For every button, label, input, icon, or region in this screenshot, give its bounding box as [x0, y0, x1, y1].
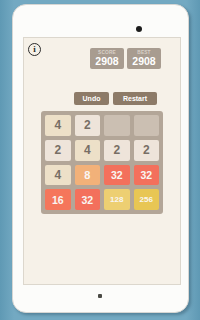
tile-32-r3c4: 32 — [134, 165, 160, 186]
score-value: 2908 — [90, 56, 124, 67]
app-screen: i SCORE 2908 BEST 2908 Undo Restart 4224… — [23, 37, 181, 285]
home-button-dot — [98, 294, 102, 298]
tile-4-r3c1: 4 — [45, 165, 71, 186]
tile-2-r2c4: 2 — [134, 140, 160, 161]
best-box: BEST 2908 — [127, 48, 161, 69]
board-2048[interactable]: 4224224832321632128256 — [41, 111, 163, 214]
info-icon: i — [33, 45, 36, 54]
tile-32-r4c2: 32 — [75, 189, 101, 210]
tile-128-r4c3: 128 — [104, 189, 130, 210]
undo-button[interactable]: Undo — [74, 92, 109, 105]
wallpaper: i SCORE 2908 BEST 2908 Undo Restart 4224… — [0, 0, 200, 320]
empty-cell-r1c3 — [104, 115, 130, 136]
best-label: BEST — [130, 50, 157, 55]
tablet-frame: i SCORE 2908 BEST 2908 Undo Restart 4224… — [12, 4, 189, 313]
tile-256-r4c4: 256 — [134, 189, 160, 210]
empty-cell-r1c4 — [134, 115, 160, 136]
tile-16-r4c1: 16 — [45, 189, 71, 210]
restart-button[interactable]: Restart — [113, 92, 157, 105]
tile-2-r1c2: 2 — [75, 115, 101, 136]
tile-4-r1c1: 4 — [45, 115, 71, 136]
best-value: 2908 — [127, 56, 161, 67]
tile-8-r3c2: 8 — [75, 165, 101, 186]
tile-2-r2c1: 2 — [45, 140, 71, 161]
front-camera-dot — [136, 26, 142, 32]
tile-2-r2c3: 2 — [104, 140, 130, 161]
tile-32-r3c3: 32 — [104, 165, 130, 186]
tile-4-r2c2: 4 — [75, 140, 101, 161]
score-box: SCORE 2908 — [90, 48, 124, 69]
info-button[interactable]: i — [28, 43, 41, 56]
score-label: SCORE — [93, 50, 120, 55]
